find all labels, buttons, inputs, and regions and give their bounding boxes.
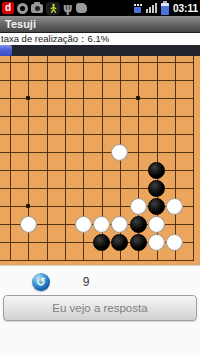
hand-notification-icon xyxy=(76,3,87,13)
walking-man-icon xyxy=(46,2,60,15)
stone-white xyxy=(75,216,92,233)
stone-black xyxy=(148,162,165,179)
progress-bar xyxy=(0,45,200,56)
stone-white xyxy=(111,216,128,233)
stone-black xyxy=(148,198,165,215)
docomo-d-icon: d xyxy=(2,2,14,14)
status-bar-right: 03:11 xyxy=(134,2,198,15)
title-bar: Tesuji xyxy=(0,16,200,33)
page-title: Tesuji xyxy=(5,18,36,30)
grid-line-horizontal xyxy=(0,260,194,261)
stone-white xyxy=(166,198,183,215)
stone-white xyxy=(20,216,37,233)
completion-rate-label: taxa de realização：6.1% xyxy=(1,33,109,46)
grid-line-horizontal xyxy=(0,152,194,153)
star-point xyxy=(26,204,30,208)
undo-button[interactable]: ↺ xyxy=(32,273,50,291)
show-answer-button[interactable]: Eu vejo a resposta xyxy=(3,295,197,321)
star-point xyxy=(136,96,140,100)
progress-fill xyxy=(0,45,12,56)
ring-notification-icon xyxy=(17,3,28,14)
grid-line-vertical xyxy=(65,56,66,261)
info-bar: taxa de realização：6.1% xyxy=(0,33,200,45)
bottom-panel: ↺ 9 Eu vejo a resposta xyxy=(0,265,200,356)
app-screen: d ψ 03:11 Tesuji xyxy=(0,0,200,356)
battery-icon xyxy=(161,3,169,15)
stone-white xyxy=(148,234,165,251)
grid-line-horizontal xyxy=(0,116,194,117)
stone-black xyxy=(130,216,147,233)
grid-line-vertical xyxy=(193,56,194,261)
grid-line-vertical xyxy=(47,56,48,261)
stone-white xyxy=(148,216,165,233)
camera-icon xyxy=(31,4,43,13)
stone-black xyxy=(130,234,147,251)
stone-white xyxy=(130,198,147,215)
stone-white xyxy=(93,216,110,233)
stone-black xyxy=(148,180,165,197)
network-3g-icon xyxy=(134,4,142,13)
stone-white xyxy=(111,144,128,161)
grid-line-horizontal xyxy=(0,80,194,81)
stone-black xyxy=(111,234,128,251)
usb-icon: ψ xyxy=(63,2,73,15)
undo-icon: ↺ xyxy=(36,276,46,288)
stone-black xyxy=(93,234,110,251)
stone-white xyxy=(166,234,183,251)
status-bar[interactable]: d ψ 03:11 xyxy=(0,0,200,16)
grid-line-vertical xyxy=(10,56,11,261)
move-counter: 9 xyxy=(76,275,96,289)
go-board[interactable] xyxy=(0,56,200,265)
grid-line-vertical xyxy=(175,56,176,261)
grid-line-horizontal xyxy=(0,62,194,63)
signal-strength-icon xyxy=(146,3,157,13)
star-point xyxy=(26,96,30,100)
status-clock: 03:11 xyxy=(173,3,198,14)
grid-line-horizontal xyxy=(0,134,194,135)
